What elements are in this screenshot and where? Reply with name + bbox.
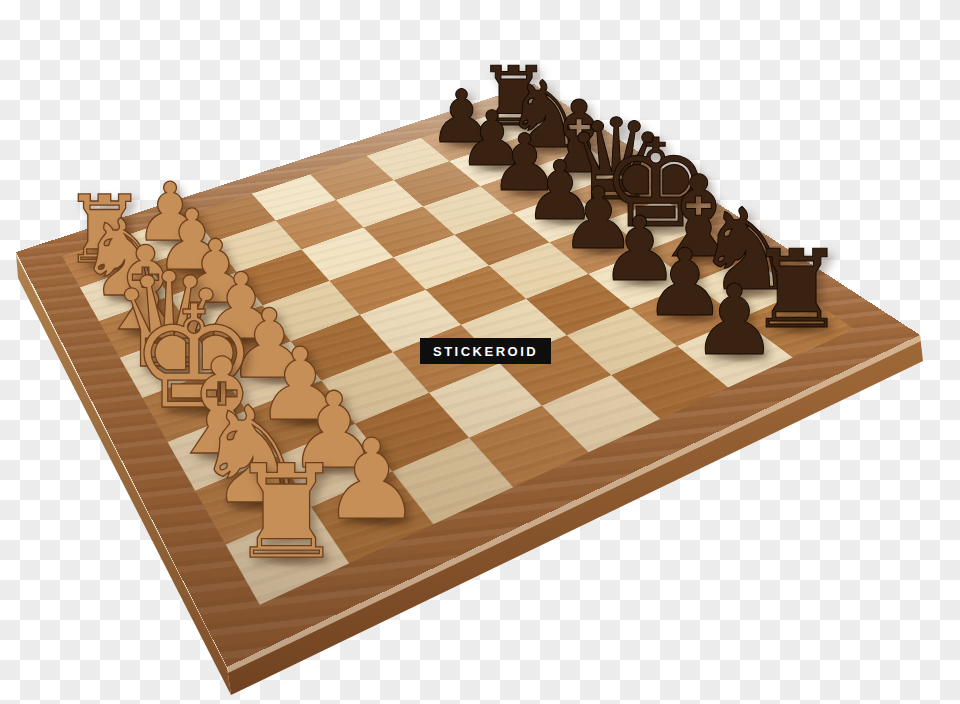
watermark-badge: STICKEROID	[420, 338, 551, 364]
watermark-text: STICKEROID	[433, 344, 538, 359]
transparency-background: ♜♞♝♛♚♝♞♜♟♟♟♟♟♟♟♟♟♟♟♟♟♟♟♟♜♞♝♛♚♝♞♜ STICKER…	[0, 0, 960, 704]
